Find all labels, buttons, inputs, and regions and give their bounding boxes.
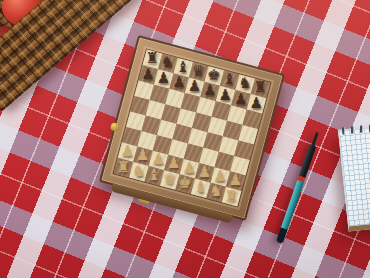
piece-black-pawn[interactable]: ♟ — [172, 74, 185, 90]
square-h1[interactable]: ♜ — [222, 187, 242, 207]
piece-black-pawn[interactable]: ♟ — [203, 82, 216, 98]
piece-black-pawn[interactable]: ♟ — [234, 91, 247, 107]
brass-hinge-icon — [110, 122, 120, 132]
piece-black-pawn[interactable]: ♟ — [157, 70, 170, 86]
piece-white-rook[interactable]: ♜ — [225, 188, 238, 204]
piece-black-pawn[interactable]: ♟ — [142, 66, 155, 82]
piece-white-bishop[interactable]: ♝ — [194, 179, 207, 195]
piece-white-bishop[interactable]: ♝ — [148, 167, 161, 183]
pen-tip — [311, 132, 318, 145]
piece-white-knight[interactable]: ♞ — [132, 163, 145, 179]
piece-white-queen[interactable]: ♛ — [163, 171, 176, 187]
piece-white-king[interactable]: ♚ — [178, 175, 191, 191]
piece-white-rook[interactable]: ♜ — [117, 159, 130, 175]
piece-white-knight[interactable]: ♞ — [209, 183, 222, 199]
board-grid[interactable]: ♜♞♝♛♚♝♞♜♟♟♟♟♟♟♟♟♟♟♟♟♟♟♟♟♜♞♝♛♚♝♞♜ — [112, 48, 271, 207]
piece-black-pawn[interactable]: ♟ — [250, 95, 263, 111]
square-h7[interactable]: ♟ — [247, 94, 267, 114]
picnic-scene: ♜♞♝♛♚♝♞♜♟♟♟♟♟♟♟♟♟♟♟♟♟♟♟♟♜♞♝♛♚♝♞♜ — [0, 0, 370, 278]
piece-black-pawn[interactable]: ♟ — [219, 87, 232, 103]
piece-black-pawn[interactable]: ♟ — [188, 78, 201, 94]
